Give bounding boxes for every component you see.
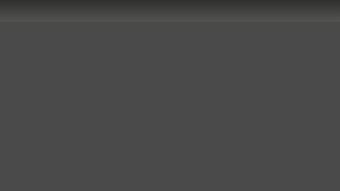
chess-app-screen <box>0 0 340 191</box>
chess-board[interactable] <box>0 22 340 191</box>
window-top-bar <box>0 0 340 22</box>
